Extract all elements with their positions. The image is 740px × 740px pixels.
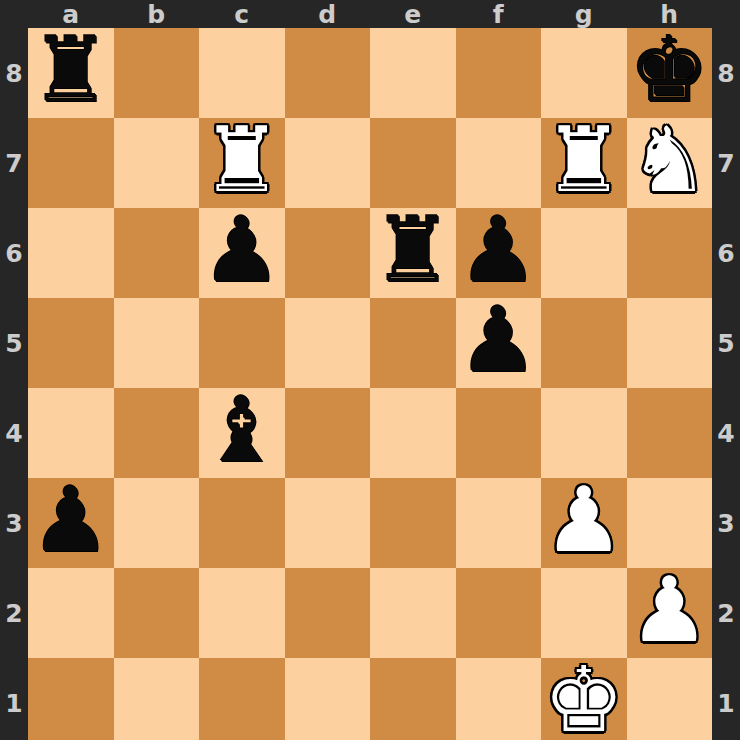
square-d3[interactable] bbox=[285, 478, 371, 568]
rank-label-2: 2 bbox=[712, 568, 740, 658]
square-a4[interactable] bbox=[28, 388, 114, 478]
piece-black-pawn[interactable]: ♟ bbox=[458, 205, 539, 295]
piece-white-pawn[interactable]: ♟ bbox=[629, 565, 710, 655]
rank-label-3: 3 bbox=[0, 478, 28, 568]
square-a5[interactable] bbox=[28, 298, 114, 388]
piece-white-knight[interactable]: ♞ bbox=[629, 115, 710, 205]
rank-label-6: 6 bbox=[712, 208, 740, 298]
square-a1[interactable] bbox=[28, 658, 114, 740]
square-f8[interactable] bbox=[456, 28, 542, 118]
square-b1[interactable] bbox=[114, 658, 200, 740]
piece-white-rook[interactable]: ♜ bbox=[201, 115, 282, 205]
square-a3[interactable]: ♟ bbox=[28, 478, 114, 568]
file-label-f: f bbox=[456, 0, 542, 28]
square-g3[interactable]: ♟ bbox=[541, 478, 627, 568]
rank-label-7: 7 bbox=[0, 118, 28, 208]
file-label-g: g bbox=[541, 0, 627, 28]
square-e2[interactable] bbox=[370, 568, 456, 658]
square-a2[interactable] bbox=[28, 568, 114, 658]
piece-black-bishop[interactable]: ♝ bbox=[201, 385, 282, 475]
square-g6[interactable] bbox=[541, 208, 627, 298]
piece-black-pawn[interactable]: ♟ bbox=[30, 475, 111, 565]
square-f1[interactable] bbox=[456, 658, 542, 740]
rank-label-8: 8 bbox=[0, 28, 28, 118]
square-h3[interactable] bbox=[627, 478, 713, 568]
rank-label-5: 5 bbox=[0, 298, 28, 388]
square-e6[interactable]: ♜ bbox=[370, 208, 456, 298]
square-f5[interactable]: ♟ bbox=[456, 298, 542, 388]
rank-label-8: 8 bbox=[712, 28, 740, 118]
square-c5[interactable] bbox=[199, 298, 285, 388]
square-b3[interactable] bbox=[114, 478, 200, 568]
square-h8[interactable]: ♚ bbox=[627, 28, 713, 118]
rank-label-1: 1 bbox=[712, 658, 740, 740]
square-g7[interactable]: ♜ bbox=[541, 118, 627, 208]
square-h4[interactable] bbox=[627, 388, 713, 478]
file-label-b: b bbox=[114, 0, 200, 28]
frame-corner bbox=[712, 0, 740, 28]
square-c7[interactable]: ♜ bbox=[199, 118, 285, 208]
square-f4[interactable] bbox=[456, 388, 542, 478]
square-b6[interactable] bbox=[114, 208, 200, 298]
square-a7[interactable] bbox=[28, 118, 114, 208]
piece-black-king[interactable]: ♚ bbox=[629, 25, 710, 115]
square-e7[interactable] bbox=[370, 118, 456, 208]
square-c8[interactable] bbox=[199, 28, 285, 118]
square-f3[interactable] bbox=[456, 478, 542, 568]
square-c3[interactable] bbox=[199, 478, 285, 568]
piece-white-pawn[interactable]: ♟ bbox=[543, 475, 624, 565]
square-f6[interactable]: ♟ bbox=[456, 208, 542, 298]
square-d5[interactable] bbox=[285, 298, 371, 388]
square-h6[interactable] bbox=[627, 208, 713, 298]
piece-white-rook[interactable]: ♜ bbox=[543, 115, 624, 205]
file-label-e: e bbox=[370, 0, 456, 28]
square-h1[interactable] bbox=[627, 658, 713, 740]
square-d6[interactable] bbox=[285, 208, 371, 298]
rank-label-2: 2 bbox=[0, 568, 28, 658]
square-g1[interactable]: ♚ bbox=[541, 658, 627, 740]
square-f7[interactable] bbox=[456, 118, 542, 208]
square-a6[interactable] bbox=[28, 208, 114, 298]
square-d8[interactable] bbox=[285, 28, 371, 118]
rank-label-1: 1 bbox=[0, 658, 28, 740]
square-b5[interactable] bbox=[114, 298, 200, 388]
square-c6[interactable]: ♟ bbox=[199, 208, 285, 298]
rank-label-4: 4 bbox=[0, 388, 28, 478]
square-b2[interactable] bbox=[114, 568, 200, 658]
square-a8[interactable]: ♜ bbox=[28, 28, 114, 118]
rank-label-5: 5 bbox=[712, 298, 740, 388]
square-e5[interactable] bbox=[370, 298, 456, 388]
rank-label-4: 4 bbox=[712, 388, 740, 478]
square-e4[interactable] bbox=[370, 388, 456, 478]
file-label-d: d bbox=[285, 0, 371, 28]
piece-white-king[interactable]: ♚ bbox=[543, 655, 624, 740]
square-e1[interactable] bbox=[370, 658, 456, 740]
square-d4[interactable] bbox=[285, 388, 371, 478]
square-b7[interactable] bbox=[114, 118, 200, 208]
rank-label-6: 6 bbox=[0, 208, 28, 298]
square-h5[interactable] bbox=[627, 298, 713, 388]
square-c2[interactable] bbox=[199, 568, 285, 658]
square-e3[interactable] bbox=[370, 478, 456, 568]
square-b8[interactable] bbox=[114, 28, 200, 118]
rank-label-3: 3 bbox=[712, 478, 740, 568]
piece-black-rook[interactable]: ♜ bbox=[30, 25, 111, 115]
piece-black-rook[interactable]: ♜ bbox=[372, 205, 453, 295]
square-h2[interactable]: ♟ bbox=[627, 568, 713, 658]
square-g4[interactable] bbox=[541, 388, 627, 478]
square-d2[interactable] bbox=[285, 568, 371, 658]
file-label-c: c bbox=[199, 0, 285, 28]
square-b4[interactable] bbox=[114, 388, 200, 478]
piece-black-pawn[interactable]: ♟ bbox=[458, 295, 539, 385]
frame-corner bbox=[0, 0, 28, 28]
chess-board: abcdefgh8♜♚87♜♜♞76♟♜♟65♟54♝43♟♟32♟21♚1ab… bbox=[0, 0, 740, 740]
square-h7[interactable]: ♞ bbox=[627, 118, 713, 208]
piece-black-pawn[interactable]: ♟ bbox=[201, 205, 282, 295]
square-e8[interactable] bbox=[370, 28, 456, 118]
square-g8[interactable] bbox=[541, 28, 627, 118]
square-g2[interactable] bbox=[541, 568, 627, 658]
square-f2[interactable] bbox=[456, 568, 542, 658]
square-d1[interactable] bbox=[285, 658, 371, 740]
square-c1[interactable] bbox=[199, 658, 285, 740]
square-d7[interactable] bbox=[285, 118, 371, 208]
rank-label-7: 7 bbox=[712, 118, 740, 208]
square-g5[interactable] bbox=[541, 298, 627, 388]
square-c4[interactable]: ♝ bbox=[199, 388, 285, 478]
